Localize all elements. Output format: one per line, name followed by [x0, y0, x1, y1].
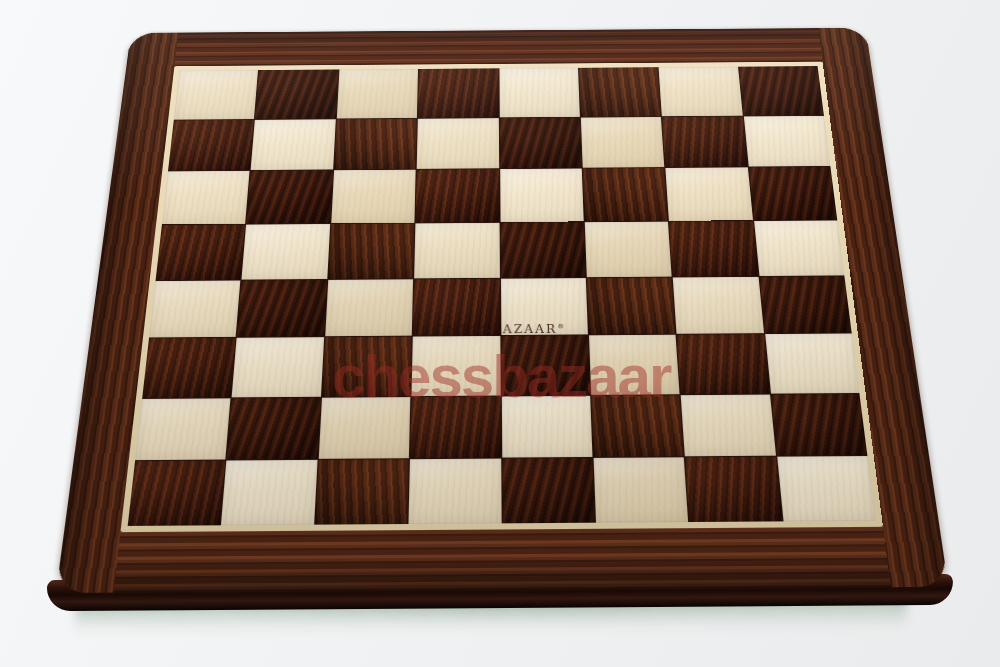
- square-c5: [328, 223, 414, 278]
- square-f4: [587, 277, 676, 334]
- brand-stamp: CHESSBAZAAR®: [436, 323, 564, 336]
- square-g3: [677, 334, 770, 394]
- square-e1: [502, 458, 595, 523]
- square-c7: [334, 118, 417, 169]
- square-a2: [135, 398, 231, 460]
- square-c4: [325, 279, 413, 337]
- board-perspective-wrapper: CHESSBAZAAR®: [95, 0, 905, 606]
- board-frame-bottom: [56, 526, 949, 593]
- square-f8: [579, 67, 661, 116]
- square-g4: [673, 276, 764, 333]
- square-a7: [168, 120, 254, 171]
- square-d8: [418, 68, 498, 117]
- square-h2: [771, 394, 868, 456]
- square-e7: [499, 117, 581, 168]
- square-a1: [128, 461, 226, 526]
- square-a3: [142, 338, 236, 398]
- square-h3: [765, 334, 860, 394]
- photo-watermark: chessbazaar: [332, 344, 670, 410]
- square-d5: [414, 223, 499, 278]
- square-b7: [251, 119, 336, 170]
- square-h6: [748, 167, 837, 220]
- square-h8: [739, 66, 824, 115]
- square-g7: [662, 116, 747, 167]
- registered-mark-icon: ®: [557, 323, 564, 330]
- square-e8: [499, 68, 580, 117]
- square-b1: [221, 460, 317, 525]
- square-f5: [585, 222, 672, 277]
- square-b5: [242, 224, 330, 279]
- square-b6: [246, 170, 332, 223]
- square-f7: [581, 117, 665, 168]
- square-g8: [659, 67, 743, 116]
- board-squares-grid: [128, 66, 876, 526]
- square-g2: [681, 394, 776, 456]
- square-a4: [149, 280, 241, 338]
- square-d6: [416, 169, 500, 222]
- square-e5: [500, 222, 586, 277]
- square-b8: [255, 69, 338, 118]
- square-a6: [162, 171, 250, 224]
- square-e6: [500, 169, 584, 222]
- square-c1: [315, 460, 409, 525]
- board-frame-top: [126, 28, 870, 67]
- square-a8: [174, 70, 259, 119]
- square-g6: [666, 168, 753, 221]
- square-g5: [669, 221, 758, 276]
- square-h1: [777, 456, 876, 521]
- square-d7: [417, 118, 499, 169]
- square-h4: [759, 276, 851, 333]
- square-d1: [409, 459, 502, 524]
- square-a5: [156, 224, 246, 279]
- square-h7: [743, 116, 830, 167]
- square-f1: [593, 458, 688, 523]
- square-b4: [237, 279, 327, 337]
- photo-background: CHESSBAZAAR® chessbazaar: [0, 0, 1000, 667]
- square-c6: [331, 170, 416, 223]
- chess-board: CHESSBAZAAR®: [56, 28, 949, 593]
- square-b2: [227, 397, 321, 459]
- square-c8: [337, 69, 419, 118]
- square-b3: [232, 337, 324, 397]
- square-g1: [685, 457, 782, 522]
- square-h5: [754, 220, 845, 275]
- brand-stamp-text: CHESSBAZAAR: [436, 323, 557, 336]
- square-f6: [583, 168, 669, 221]
